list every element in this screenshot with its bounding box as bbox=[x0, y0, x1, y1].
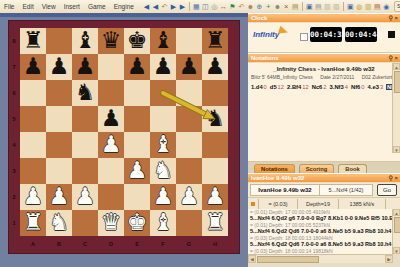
engine-status-bullet bbox=[251, 202, 255, 206]
square-a6[interactable] bbox=[20, 80, 46, 106]
move-list[interactable]: 1.d40d5122.Bf412Nc623.Nf34Nf604.e33Nh52 bbox=[248, 80, 400, 91]
square-f2[interactable]: ♟ bbox=[150, 184, 176, 210]
file-label-a: A bbox=[20, 236, 46, 252]
notation-panel[interactable]: _Infinity Chess - IvanHoe 9.49b w32 Blit… bbox=[248, 63, 400, 162]
chess-board: 87654321 ♜♝♛♚♝♜♟♟♟♟♟♟♟♞♟♞♟♝♟♞♟♟♟♟♟♟♜♞♛♚♝… bbox=[8, 20, 240, 254]
black-pawn[interactable]: ♟ bbox=[176, 54, 202, 80]
logo-swoosh-icon bbox=[278, 26, 289, 36]
white-pawn[interactable]: ♟ bbox=[150, 184, 176, 210]
black-knight[interactable]: ♞ bbox=[202, 106, 228, 132]
square-d3[interactable] bbox=[98, 158, 124, 184]
square-b5[interactable] bbox=[46, 106, 72, 132]
white-knight[interactable]: ♞ bbox=[46, 210, 72, 236]
engine-analysis-lines[interactable]: = (0.01) Depth: 17 00:00:05 4919kN5...Nx… bbox=[248, 209, 393, 254]
white-pawn[interactable]: ♟ bbox=[176, 184, 202, 210]
square-g8[interactable] bbox=[176, 28, 202, 54]
scroll-thumb[interactable] bbox=[394, 217, 400, 233]
black-pawn[interactable]: ♟ bbox=[98, 106, 124, 132]
move-Nc6[interactable]: Nc6 bbox=[312, 84, 323, 90]
black-king[interactable]: ♚ bbox=[124, 28, 150, 54]
file-label-b: B bbox=[46, 236, 72, 252]
square-g5[interactable] bbox=[176, 106, 202, 132]
board-region: 87654321 ♜♝♛♚♝♜♟♟♟♟♟♟♟♞♟♞♟♝♟♞♟♟♟♟♟♟♜♞♛♚♝… bbox=[0, 13, 248, 267]
square-e8[interactable]: ♚ bbox=[124, 28, 150, 54]
square-a1[interactable]: ♜ bbox=[20, 210, 46, 236]
engine-pv-line[interactable]: 5...Nxf4 6.Qd2 Qd6 7.0-0-0 a6 8.Ne5 b5 9… bbox=[248, 241, 393, 248]
black-clock: 00:04:44 bbox=[345, 27, 377, 42]
toolbar: ◀◀↶▶▶▦◫◎↔⚑↶☻⊕+☻×▤▣▤▥▥▣◍▥▤◉ bbox=[142, 1, 391, 12]
scroll-right-icon[interactable]: ▶ bbox=[385, 255, 393, 263]
square-a3[interactable] bbox=[20, 158, 46, 184]
file-label-h: H bbox=[202, 236, 228, 252]
square-a2[interactable]: ♟ bbox=[20, 184, 46, 210]
move-time: 4 bbox=[345, 84, 348, 90]
white-bishop[interactable]: ♝ bbox=[150, 210, 176, 236]
square-f4[interactable]: ♝ bbox=[150, 132, 176, 158]
square-c1[interactable] bbox=[72, 210, 98, 236]
file-label-c: C bbox=[72, 236, 98, 252]
move-1-d4[interactable]: 1.d4 bbox=[251, 84, 263, 90]
copy-icon[interactable]: ▥ bbox=[323, 1, 332, 12]
black-bishop[interactable]: ♝ bbox=[72, 28, 98, 54]
close-game-icon[interactable]: × bbox=[282, 1, 291, 12]
square-e3[interactable]: ♟ bbox=[124, 158, 150, 184]
menu-file[interactable]: File bbox=[0, 3, 18, 10]
side-panels: Clock ⚲ × Infinity 00:04:32 00:04:44 Not… bbox=[248, 13, 400, 267]
square-d8[interactable]: ♛ bbox=[98, 28, 124, 54]
file-labels: ABCDEFGH bbox=[20, 236, 228, 252]
white-rook[interactable]: ♜ bbox=[202, 210, 228, 236]
square-b1[interactable]: ♞ bbox=[46, 210, 72, 236]
date-label: Date 2/27/2011 bbox=[320, 74, 354, 80]
black-queen[interactable]: ♛ bbox=[98, 28, 124, 54]
move-time: 3 bbox=[380, 84, 383, 90]
go-button[interactable]: Go bbox=[377, 184, 397, 196]
white-rook[interactable]: ♜ bbox=[20, 210, 46, 236]
square-c8[interactable]: ♝ bbox=[72, 28, 98, 54]
menubar: FileEditViewInsertGameEngine ◀◀↶▶▶▦◫◎↔⚑↶… bbox=[0, 0, 400, 14]
scroll-down-icon[interactable]: ▼ bbox=[393, 146, 400, 153]
pin-and-close-icons[interactable]: ⚲ × bbox=[388, 174, 398, 183]
tab-scoring[interactable]: Scoring bbox=[299, 164, 335, 173]
square-f8[interactable]: ♝ bbox=[150, 28, 176, 54]
square-f1[interactable]: ♝ bbox=[150, 210, 176, 236]
toolbar-separator bbox=[343, 2, 344, 11]
flag-icon[interactable]: ⚑ bbox=[228, 1, 237, 12]
engine-depth: Depth=19 bbox=[297, 199, 338, 209]
square-h4[interactable] bbox=[202, 132, 228, 158]
black-rook[interactable]: ♜ bbox=[20, 28, 46, 54]
panel-bottom-strip bbox=[248, 263, 400, 267]
engine-eval: = (0.03) bbox=[258, 199, 297, 209]
square-d7[interactable] bbox=[98, 54, 124, 80]
scroll-left-icon[interactable]: ◀ bbox=[248, 255, 256, 263]
square-g4[interactable] bbox=[176, 132, 202, 158]
square-h1[interactable]: ♜ bbox=[202, 210, 228, 236]
file-label-e: E bbox=[124, 236, 150, 252]
square-g6[interactable] bbox=[176, 80, 202, 106]
rank-label-5: 5 bbox=[8, 106, 20, 132]
scroll-up-icon[interactable]: ▲ bbox=[393, 209, 400, 216]
black-pawn[interactable]: ♟ bbox=[46, 54, 72, 80]
rank-label-3: 3 bbox=[8, 158, 20, 184]
file-label-d: D bbox=[98, 236, 124, 252]
square-d4[interactable]: ♟ bbox=[98, 132, 124, 158]
square-d1[interactable]: ♛ bbox=[98, 210, 124, 236]
scroll-thumb[interactable] bbox=[394, 71, 400, 93]
clock-checkbox[interactable] bbox=[300, 33, 308, 41]
square-f3[interactable]: ♞ bbox=[150, 158, 176, 184]
menu-game[interactable]: Game bbox=[84, 3, 110, 10]
square-e5[interactable] bbox=[124, 106, 150, 132]
white-pawn[interactable]: ♟ bbox=[124, 158, 150, 184]
clock-panel-title: Clock bbox=[251, 15, 267, 21]
infinity-logo: Infinity bbox=[253, 30, 279, 39]
square-e7[interactable]: ♟ bbox=[124, 54, 150, 80]
game-metadata: Blitz 5' 64MB_Infinity Chess Date 2/27/2… bbox=[248, 72, 400, 80]
publish-icon[interactable]: ◍ bbox=[355, 1, 364, 12]
white-knight[interactable]: ♞ bbox=[150, 158, 176, 184]
move-time: 0 bbox=[361, 84, 364, 90]
square-b8[interactable] bbox=[46, 28, 72, 54]
square-e6[interactable] bbox=[124, 80, 150, 106]
square-e1[interactable]: ♚ bbox=[124, 210, 150, 236]
save-icon[interactable]: ▣ bbox=[305, 1, 314, 12]
white-pawn[interactable]: ♟ bbox=[98, 132, 124, 158]
save-game-icon[interactable]: ▣ bbox=[346, 1, 355, 12]
square-a5[interactable] bbox=[20, 106, 46, 132]
opponent-icon[interactable]: ☻ bbox=[273, 1, 282, 12]
square-b2[interactable]: ♟ bbox=[46, 184, 72, 210]
tab-book[interactable]: Book bbox=[338, 164, 367, 173]
move-Nf6[interactable]: Nf6 bbox=[351, 84, 360, 90]
move-time: 2 bbox=[323, 84, 326, 90]
clock-panel-header[interactable]: Clock ⚲ × bbox=[248, 13, 400, 22]
rank-label-7: 7 bbox=[8, 54, 20, 80]
square-g3[interactable] bbox=[176, 158, 202, 184]
engine-name: IvanHoe 9.49b w32 bbox=[250, 184, 320, 196]
nav-back-icon[interactable]: ◀ bbox=[151, 1, 160, 12]
move-time: 12 bbox=[302, 84, 308, 90]
black-pawn[interactable]: ♟ bbox=[202, 54, 228, 80]
rank-label-8: 8 bbox=[8, 28, 20, 54]
undo-move-icon[interactable]: ↶ bbox=[160, 1, 169, 12]
black-bishop[interactable]: ♝ bbox=[150, 28, 176, 54]
globe-icon[interactable]: ⊕ bbox=[255, 1, 264, 12]
pin-and-close-icons[interactable]: ⚲ × bbox=[388, 14, 398, 23]
clipboard-icon[interactable]: ▤ bbox=[291, 1, 300, 12]
square-f5[interactable] bbox=[150, 106, 176, 132]
square-b6[interactable] bbox=[46, 80, 72, 106]
white-pawn[interactable]: ♟ bbox=[20, 184, 46, 210]
board-window-icon[interactable]: ▦ bbox=[192, 1, 201, 12]
square-h8[interactable]: ♜ bbox=[202, 28, 228, 54]
notation-window-icon[interactable]: ◫ bbox=[201, 1, 210, 12]
square-c3[interactable] bbox=[72, 158, 98, 184]
black-pawn[interactable]: ♟ bbox=[72, 54, 98, 80]
scroll-up-icon[interactable]: ▲ bbox=[393, 63, 400, 70]
add-icon[interactable]: + bbox=[264, 1, 273, 12]
square-b4[interactable] bbox=[46, 132, 72, 158]
square-e2[interactable] bbox=[124, 184, 150, 210]
square-c4[interactable] bbox=[72, 132, 98, 158]
mail-icon[interactable]: ▤ bbox=[373, 1, 382, 12]
file-label-f: F bbox=[150, 236, 176, 252]
square-a8[interactable]: ♜ bbox=[20, 28, 46, 54]
flip-board-icon[interactable]: ↔ bbox=[219, 1, 228, 12]
black-pawn[interactable]: ♟ bbox=[20, 54, 46, 80]
takeback-icon[interactable]: ↶ bbox=[237, 1, 246, 12]
menu-insert[interactable]: Insert bbox=[60, 3, 84, 10]
square-f7[interactable]: ♟ bbox=[150, 54, 176, 80]
scroll-thumb[interactable] bbox=[257, 256, 319, 263]
player-icon[interactable]: ☻ bbox=[246, 1, 255, 12]
black-pawn[interactable]: ♟ bbox=[124, 54, 150, 80]
nav-last-icon[interactable]: ▶ bbox=[178, 1, 187, 12]
white-pawn[interactable]: ♟ bbox=[202, 184, 228, 210]
black-pawn[interactable]: ♟ bbox=[150, 54, 176, 80]
notation-panel-title: Notations bbox=[251, 55, 279, 61]
engine-speed: 1385 kN/s bbox=[338, 199, 386, 209]
paste-icon[interactable]: ▥ bbox=[332, 1, 341, 12]
move-time: 0 bbox=[264, 84, 267, 90]
square-h5[interactable]: ♞ bbox=[202, 106, 228, 132]
nav-forward-icon[interactable]: ▶ bbox=[169, 1, 178, 12]
move-4-e3[interactable]: 4.e3 bbox=[368, 84, 379, 90]
white-bishop[interactable]: ♝ bbox=[150, 132, 176, 158]
engine-lines-scrollbar[interactable]: ▲ ▼ bbox=[392, 209, 400, 254]
help-icon[interactable]: ◉ bbox=[382, 1, 391, 12]
white-pawn[interactable]: ♟ bbox=[46, 184, 72, 210]
file-label-g: G bbox=[176, 236, 202, 252]
square-d6[interactable] bbox=[98, 80, 124, 106]
square-c6[interactable]: ♞ bbox=[72, 80, 98, 106]
menu-edit[interactable]: Edit bbox=[18, 3, 37, 10]
square-a7[interactable]: ♟ bbox=[20, 54, 46, 80]
black-rook[interactable]: ♜ bbox=[202, 28, 228, 54]
square-g2[interactable]: ♟ bbox=[176, 184, 202, 210]
square-c2[interactable]: ♟ bbox=[72, 184, 98, 210]
square-g1[interactable] bbox=[176, 210, 202, 236]
white-pawn[interactable]: ♟ bbox=[72, 184, 98, 210]
toolbar-separator bbox=[302, 2, 303, 11]
move-3-Nf3[interactable]: 3.Nf3 bbox=[330, 84, 344, 90]
scroll-down-icon[interactable]: ▼ bbox=[393, 247, 400, 254]
square-d5[interactable]: ♟ bbox=[98, 106, 124, 132]
rank-label-2: 2 bbox=[8, 184, 20, 210]
black-knight[interactable]: ♞ bbox=[72, 80, 98, 106]
notation-panel-header[interactable]: Notations ⚲ × bbox=[248, 53, 400, 62]
square-h6[interactable] bbox=[202, 80, 228, 106]
engine-panel-title: IvanHoe 9.49b w32 bbox=[251, 175, 304, 181]
engine-pv-line[interactable]: 5...Nxf4 6.Qd2 g6 7.0-0-0 Bg7 8.Kb1 0-0 … bbox=[248, 215, 393, 222]
menu-view[interactable]: View bbox=[38, 3, 60, 10]
notation-scrollbar[interactable]: ▲ ▼ bbox=[392, 63, 400, 153]
square-h7[interactable]: ♟ bbox=[202, 54, 228, 80]
square-f6[interactable] bbox=[150, 80, 176, 106]
square-c7[interactable]: ♟ bbox=[72, 54, 98, 80]
stop-clock-button[interactable] bbox=[388, 31, 395, 38]
engine-pv-line[interactable]: 5...Nxf4 6.Qd2 Qd6 7.0-0-0 a6 8.Ne5 b5 9… bbox=[248, 228, 393, 235]
move-d5[interactable]: d5 bbox=[270, 84, 277, 90]
white-king[interactable]: ♚ bbox=[124, 210, 150, 236]
square-a4[interactable] bbox=[20, 132, 46, 158]
tab-notations[interactable]: Notations bbox=[254, 164, 295, 173]
rank-label-4: 4 bbox=[8, 132, 20, 158]
square-d2[interactable] bbox=[98, 184, 124, 210]
square-b7[interactable]: ♟ bbox=[46, 54, 72, 80]
toolbar-separator bbox=[189, 2, 190, 11]
event-label: Blitz 5' 64MB_Infinity Chess bbox=[251, 74, 313, 80]
pin-and-close-icons[interactable]: ⚲ × bbox=[388, 54, 398, 63]
square-h3[interactable] bbox=[202, 158, 228, 184]
board-pane-edge bbox=[0, 13, 248, 17]
print-icon[interactable]: ▤ bbox=[314, 1, 323, 12]
menu-engine[interactable]: Engine bbox=[110, 3, 138, 10]
white-queen[interactable]: ♛ bbox=[98, 210, 124, 236]
rank-label-6: 6 bbox=[8, 80, 20, 106]
clock-panel: Infinity 00:04:32 00:04:44 bbox=[248, 23, 400, 53]
engine-panel-header[interactable]: IvanHoe 9.49b w32 ⚲ × bbox=[248, 173, 400, 182]
folder-icon[interactable]: ▥ bbox=[364, 1, 373, 12]
style-dropdown[interactable]: Style ▾ bbox=[394, 1, 400, 12]
move-2-Bf4[interactable]: 2.Bf4 bbox=[287, 84, 301, 90]
square-c5[interactable] bbox=[72, 106, 98, 132]
menu: FileEditViewInsertGameEngine bbox=[0, 3, 138, 10]
square-e4[interactable] bbox=[124, 132, 150, 158]
engine-current-move: 5...Nxf4 (1/42) bbox=[320, 184, 373, 196]
square-g7[interactable]: ♟ bbox=[176, 54, 202, 80]
clock-window-icon[interactable]: ◎ bbox=[210, 1, 219, 12]
white-clock: 00:04:32 bbox=[310, 27, 342, 42]
rank-labels: 87654321 bbox=[8, 28, 20, 236]
board-grid[interactable]: ♜♝♛♚♝♜♟♟♟♟♟♟♟♞♟♞♟♝♟♞♟♟♟♟♟♟♜♞♛♚♝♜ bbox=[20, 28, 228, 236]
rank-label-1: 1 bbox=[8, 210, 20, 236]
engine-lines-hscrollbar[interactable]: ◀ ▶ bbox=[248, 254, 393, 263]
panel-tabs: NotationsScoringBook bbox=[248, 162, 400, 173]
engine-info-row: IvanHoe 9.49b w32 5...Nxf4 (1/42) Go bbox=[248, 183, 400, 197]
move-time: 12 bbox=[278, 84, 284, 90]
nav-first-icon[interactable]: ◀ bbox=[142, 1, 151, 12]
square-b3[interactable] bbox=[46, 158, 72, 184]
square-h2[interactable]: ♟ bbox=[202, 184, 228, 210]
